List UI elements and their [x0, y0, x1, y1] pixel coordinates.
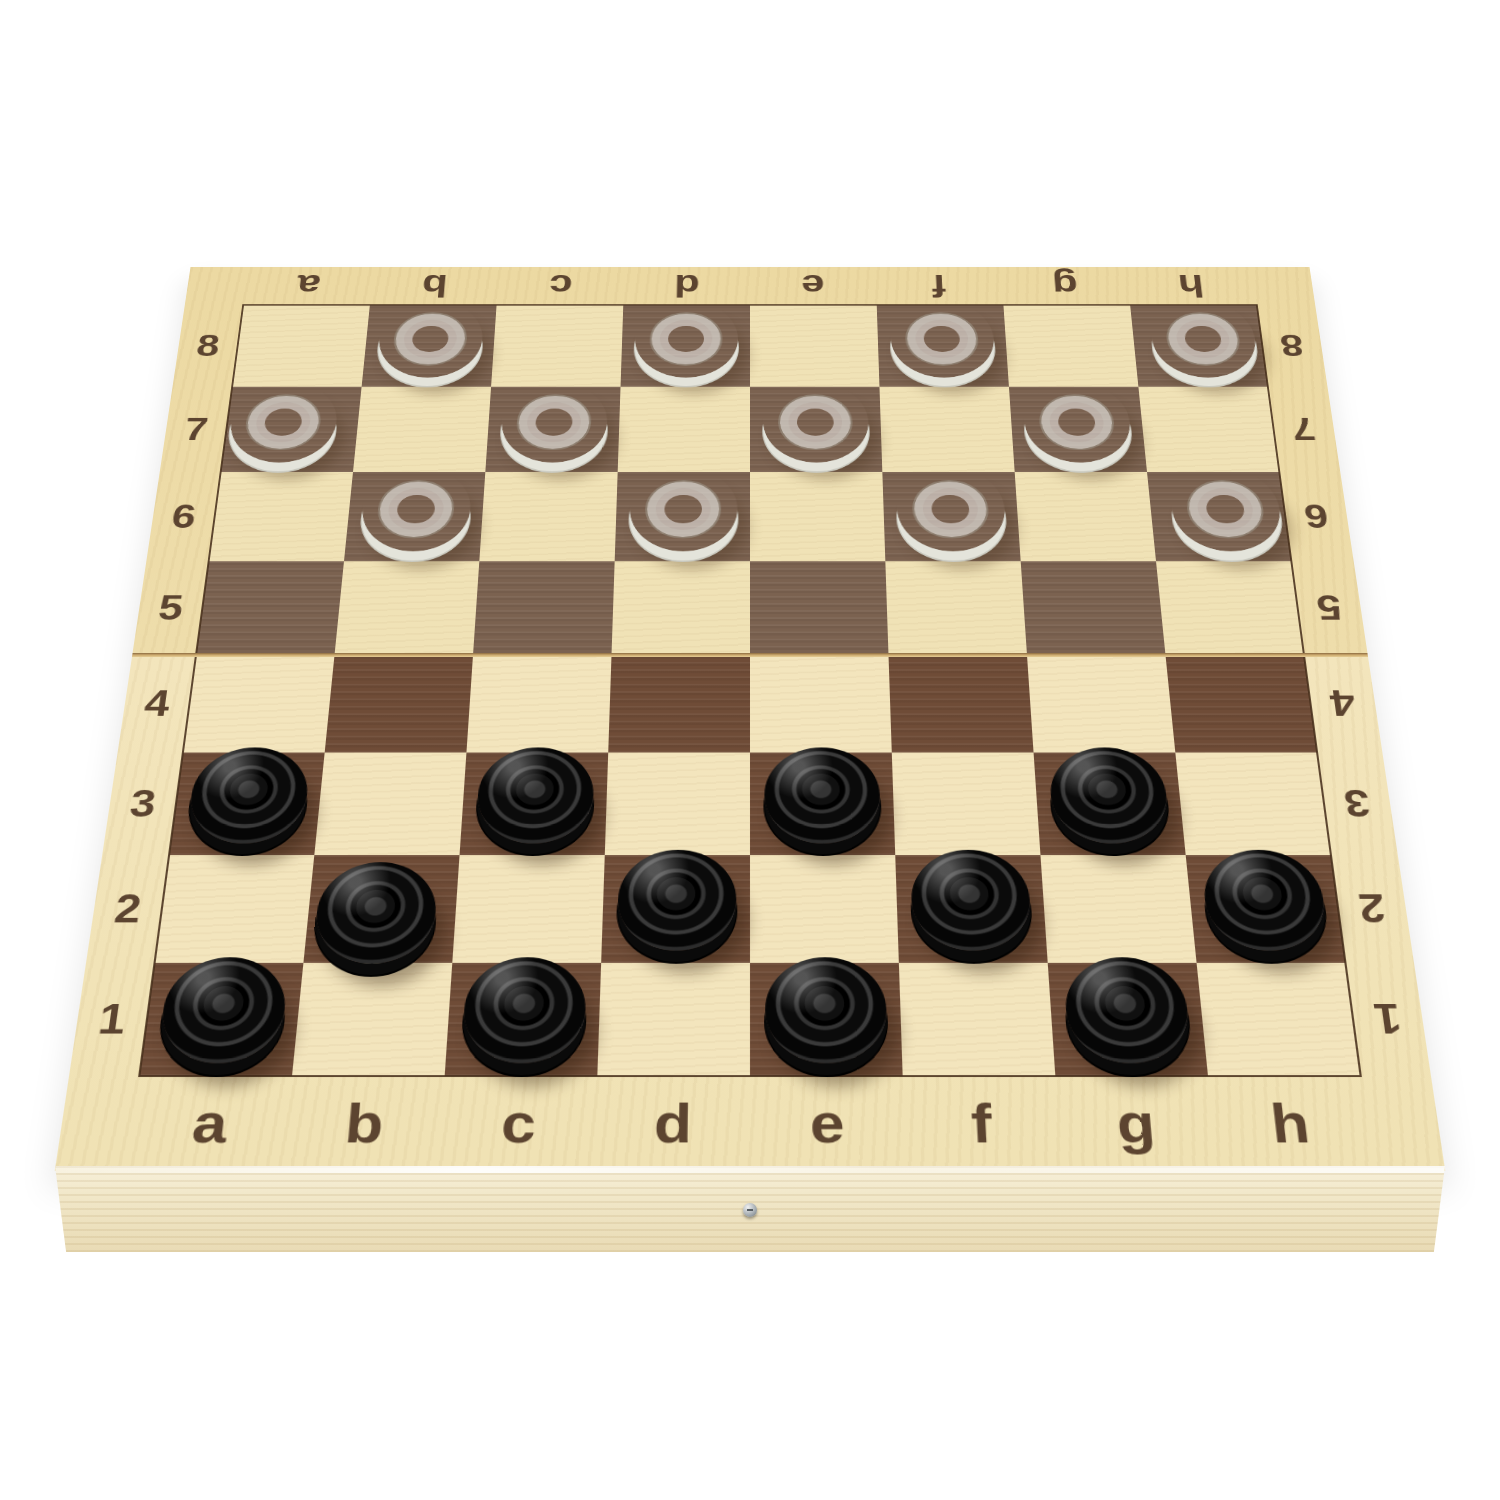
piece-white-c7	[499, 382, 608, 462]
rank-label-right-4: 4	[1304, 655, 1382, 753]
border-corner-bottom-right	[1361, 1076, 1446, 1171]
square-e7	[750, 387, 882, 472]
square-a8	[232, 305, 370, 387]
board-grid: abcdefgh8877665544332211abcdefgh	[55, 267, 1445, 1171]
square-f4	[888, 655, 1033, 753]
border-corner-top-left	[185, 267, 248, 305]
piece-black-a3	[185, 747, 312, 843]
square-c5	[473, 561, 615, 654]
square-b7	[353, 387, 491, 472]
file-label-bottom-h: h	[1208, 1076, 1373, 1171]
square-c4	[466, 655, 611, 753]
board-front-edge	[55, 1166, 1445, 1252]
border-corner-bottom-left	[55, 1076, 140, 1171]
file-label-top-g: g	[1001, 267, 1130, 305]
rank-label-left-7: 7	[160, 387, 232, 472]
square-f2	[895, 855, 1047, 963]
square-e1	[750, 963, 903, 1076]
square-f8	[877, 305, 1009, 387]
square-g6	[1015, 472, 1156, 561]
rank-label-left-3: 3	[102, 753, 183, 856]
file-label-top-e: e	[750, 267, 877, 305]
piece-white-e7	[763, 382, 870, 462]
piece-white-b6	[358, 468, 473, 552]
piece-white-g7	[1021, 382, 1133, 462]
file-label-bottom-b: b	[282, 1076, 444, 1171]
square-a3	[169, 753, 325, 856]
square-b6	[344, 472, 485, 561]
file-label-top-a: a	[243, 267, 374, 305]
rank-label-right-7: 7	[1268, 387, 1340, 472]
file-label-bottom-c: c	[438, 1076, 597, 1171]
square-f1	[899, 963, 1055, 1076]
square-f7	[879, 387, 1014, 472]
file-label-top-d: d	[623, 267, 750, 305]
square-d8	[621, 305, 750, 387]
piece-black-e1	[764, 957, 887, 1063]
piece-white-b8	[375, 301, 484, 378]
file-label-top-h: h	[1126, 267, 1257, 305]
file-label-top-b: b	[370, 267, 499, 305]
piece-white-f6	[895, 468, 1007, 552]
board-wrapper: abcdefgh8877665544332211abcdefgh	[130, 118, 1370, 1222]
square-h8	[1130, 305, 1268, 387]
square-a5	[196, 561, 344, 654]
product-photo-scene: abcdefgh8877665544332211abcdefgh	[0, 0, 1500, 1500]
square-e2	[750, 855, 899, 963]
rank-label-left-2: 2	[86, 855, 169, 963]
piece-white-a7	[225, 382, 340, 462]
square-b4	[325, 655, 473, 753]
square-c8	[491, 305, 623, 387]
square-g7	[1009, 387, 1147, 472]
square-g4	[1027, 655, 1175, 753]
square-b5	[335, 561, 480, 654]
square-h2	[1186, 855, 1346, 963]
square-e5	[750, 561, 888, 654]
square-h1	[1197, 963, 1361, 1076]
rank-label-right-6: 6	[1279, 472, 1353, 561]
file-label-bottom-g: g	[1055, 1076, 1217, 1171]
square-b2	[303, 855, 459, 963]
square-c7	[485, 387, 620, 472]
square-a4	[183, 655, 335, 753]
square-c6	[479, 472, 617, 561]
rank-label-right-5: 5	[1291, 561, 1367, 654]
square-e6	[750, 472, 885, 561]
piece-white-h8	[1147, 301, 1259, 378]
piece-black-e3	[764, 747, 881, 843]
file-label-bottom-a: a	[127, 1076, 292, 1171]
rank-label-right-8: 8	[1257, 305, 1328, 387]
square-d6	[615, 472, 750, 561]
file-label-bottom-d: d	[594, 1076, 750, 1171]
piece-black-c3	[474, 747, 594, 843]
rank-label-left-4: 4	[118, 655, 196, 753]
square-b3	[314, 753, 466, 856]
square-h3	[1175, 753, 1331, 856]
file-label-bottom-e: e	[750, 1076, 906, 1171]
square-f6	[882, 472, 1020, 561]
piece-black-g1	[1062, 957, 1192, 1063]
piece-white-f8	[889, 301, 996, 378]
square-h5	[1156, 561, 1304, 654]
square-h4	[1165, 655, 1317, 753]
piece-white-d8	[633, 301, 737, 378]
piece-black-f2	[909, 850, 1032, 951]
piece-black-a1	[156, 957, 290, 1063]
square-d3	[605, 753, 750, 856]
square-d5	[612, 561, 750, 654]
rank-label-right-2: 2	[1331, 855, 1414, 963]
square-b8	[362, 305, 497, 387]
rank-label-right-1: 1	[1345, 963, 1431, 1076]
square-a6	[209, 472, 353, 561]
square-a7	[221, 387, 362, 472]
rank-label-right-3: 3	[1317, 753, 1398, 856]
square-a2	[155, 855, 315, 963]
screw	[743, 1203, 757, 1217]
square-c2	[452, 855, 604, 963]
border-corner-top-right	[1252, 267, 1315, 305]
square-e8	[750, 305, 879, 387]
square-d1	[597, 963, 750, 1076]
square-g1	[1048, 963, 1208, 1076]
rank-label-left-8: 8	[173, 305, 244, 387]
front-edge-gloss	[55, 1166, 1445, 1173]
file-label-top-c: c	[497, 267, 625, 305]
square-d4	[608, 655, 750, 753]
square-e4	[750, 655, 892, 753]
piece-black-c1	[460, 957, 587, 1063]
piece-black-d2	[616, 850, 736, 951]
square-d7	[618, 387, 750, 472]
file-label-bottom-f: f	[903, 1076, 1062, 1171]
square-f3	[892, 753, 1041, 856]
rank-label-left-6: 6	[146, 472, 220, 561]
file-label-top-f: f	[875, 267, 1003, 305]
piece-black-b2	[311, 862, 438, 964]
square-c3	[460, 753, 609, 856]
square-h7	[1138, 387, 1279, 472]
piece-black-g3	[1047, 747, 1171, 843]
piece-white-d6	[628, 468, 737, 552]
square-c1	[445, 963, 601, 1076]
square-a1	[139, 963, 303, 1076]
square-b1	[292, 963, 452, 1076]
square-g3	[1034, 753, 1186, 856]
square-h6	[1147, 472, 1291, 561]
piece-black-h2	[1199, 850, 1329, 951]
rank-label-left-5: 5	[132, 561, 208, 654]
piece-white-h6	[1167, 468, 1285, 552]
square-e3	[750, 753, 895, 856]
square-g2	[1040, 855, 1196, 963]
square-g5	[1021, 561, 1166, 654]
square-g8	[1003, 305, 1138, 387]
square-f5	[885, 561, 1027, 654]
square-d2	[601, 855, 750, 963]
